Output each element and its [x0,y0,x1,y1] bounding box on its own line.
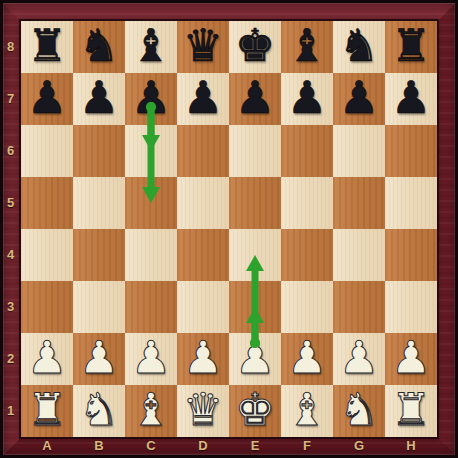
square-a8[interactable]: ♜ [21,21,73,73]
piece-black-bishop[interactable]: ♝ [131,23,171,68]
piece-black-pawn[interactable]: ♟ [287,75,327,120]
rank-label-6: 6 [0,125,21,177]
square-a4[interactable] [21,229,73,281]
square-h4[interactable] [385,229,437,281]
square-c2[interactable]: ♟ [125,333,177,385]
square-g5[interactable] [333,177,385,229]
square-d7[interactable]: ♟ [177,73,229,125]
piece-white-pawn[interactable]: ♟ [391,335,431,380]
square-f8[interactable]: ♝ [281,21,333,73]
piece-black-knight[interactable]: ♞ [339,23,379,68]
square-f5[interactable] [281,177,333,229]
piece-white-bishop[interactable]: ♝ [287,387,327,432]
file-label-c: C [125,436,177,455]
piece-black-queen[interactable]: ♛ [183,23,223,68]
square-f4[interactable] [281,229,333,281]
square-c1[interactable]: ♝ [125,385,177,437]
square-h1[interactable]: ♜ [385,385,437,437]
square-d1[interactable]: ♛ [177,385,229,437]
square-d2[interactable]: ♟ [177,333,229,385]
piece-white-pawn[interactable]: ♟ [79,335,119,380]
square-g6[interactable] [333,125,385,177]
square-h5[interactable] [385,177,437,229]
piece-black-pawn[interactable]: ♟ [339,75,379,120]
piece-black-pawn[interactable]: ♟ [391,75,431,120]
rank-label-3: 3 [0,281,21,333]
piece-black-rook[interactable]: ♜ [27,23,67,68]
square-h8[interactable]: ♜ [385,21,437,73]
piece-black-pawn[interactable]: ♟ [27,75,67,120]
rank-label-1: 1 [0,385,21,437]
square-a1[interactable]: ♜ [21,385,73,437]
piece-black-rook[interactable]: ♜ [391,23,431,68]
square-b1[interactable]: ♞ [73,385,125,437]
square-b6[interactable] [73,125,125,177]
piece-white-bishop[interactable]: ♝ [131,387,171,432]
square-c5[interactable] [125,177,177,229]
square-c7[interactable]: ♟ [125,73,177,125]
piece-white-knight[interactable]: ♞ [79,387,119,432]
square-a6[interactable] [21,125,73,177]
square-f7[interactable]: ♟ [281,73,333,125]
file-label-d: D [177,436,229,455]
square-g4[interactable] [333,229,385,281]
piece-white-pawn[interactable]: ♟ [235,335,275,380]
square-h3[interactable] [385,281,437,333]
piece-black-pawn[interactable]: ♟ [131,75,171,120]
rank-label-2: 2 [0,333,21,385]
square-e5[interactable] [229,177,281,229]
square-b2[interactable]: ♟ [73,333,125,385]
square-g3[interactable] [333,281,385,333]
piece-black-pawn[interactable]: ♟ [235,75,275,120]
file-label-g: G [333,436,385,455]
square-a2[interactable]: ♟ [21,333,73,385]
piece-black-king[interactable]: ♚ [235,23,275,68]
square-a7[interactable]: ♟ [21,73,73,125]
square-f1[interactable]: ♝ [281,385,333,437]
square-e4[interactable] [229,229,281,281]
square-c3[interactable] [125,281,177,333]
file-label-b: B [73,436,125,455]
board: ♜♞♝♛♚♝♞♜♟♟♟♟♟♟♟♟♟♟♟♟♟♟♟♟♜♞♝♛♚♝♞♜ [21,21,437,437]
rank-label-7: 7 [0,73,21,125]
square-f3[interactable] [281,281,333,333]
square-h7[interactable]: ♟ [385,73,437,125]
square-h6[interactable] [385,125,437,177]
square-e6[interactable] [229,125,281,177]
rank-label-5: 5 [0,177,21,229]
file-label-h: H [385,436,437,455]
piece-black-pawn[interactable]: ♟ [183,75,223,120]
square-d8[interactable]: ♛ [177,21,229,73]
piece-white-pawn[interactable]: ♟ [183,335,223,380]
square-g8[interactable]: ♞ [333,21,385,73]
square-b4[interactable] [73,229,125,281]
square-g2[interactable]: ♟ [333,333,385,385]
piece-white-queen[interactable]: ♛ [183,387,223,432]
file-label-a: A [21,436,73,455]
square-b8[interactable]: ♞ [73,21,125,73]
square-f6[interactable] [281,125,333,177]
square-e3[interactable] [229,281,281,333]
piece-white-pawn[interactable]: ♟ [339,335,379,380]
piece-white-knight[interactable]: ♞ [339,387,379,432]
rank-label-4: 4 [0,229,21,281]
square-b5[interactable] [73,177,125,229]
piece-black-bishop[interactable]: ♝ [287,23,327,68]
square-e8[interactable]: ♚ [229,21,281,73]
square-g1[interactable]: ♞ [333,385,385,437]
piece-white-pawn[interactable]: ♟ [287,335,327,380]
square-e2[interactable]: ♟ [229,333,281,385]
rank-label-8: 8 [0,21,21,73]
square-f2[interactable]: ♟ [281,333,333,385]
square-e1[interactable]: ♚ [229,385,281,437]
square-d6[interactable] [177,125,229,177]
square-d4[interactable] [177,229,229,281]
square-b3[interactable] [73,281,125,333]
square-c8[interactable]: ♝ [125,21,177,73]
square-c4[interactable] [125,229,177,281]
piece-white-pawn[interactable]: ♟ [27,335,67,380]
square-a3[interactable] [21,281,73,333]
square-d5[interactable] [177,177,229,229]
square-b7[interactable]: ♟ [73,73,125,125]
piece-white-rook[interactable]: ♜ [391,387,431,432]
square-g7[interactable]: ♟ [333,73,385,125]
square-c6[interactable] [125,125,177,177]
piece-white-king[interactable]: ♚ [235,387,275,432]
file-label-e: E [229,436,281,455]
piece-black-pawn[interactable]: ♟ [79,75,119,120]
file-label-f: F [281,436,333,455]
square-d3[interactable] [177,281,229,333]
square-a5[interactable] [21,177,73,229]
square-e7[interactable]: ♟ [229,73,281,125]
square-h2[interactable]: ♟ [385,333,437,385]
piece-black-knight[interactable]: ♞ [79,23,119,68]
chess-board-screenshot: ♜♞♝♛♚♝♞♜♟♟♟♟♟♟♟♟♟♟♟♟♟♟♟♟♜♞♝♛♚♝♞♜ 8765432… [0,0,458,458]
piece-white-pawn[interactable]: ♟ [131,335,171,380]
piece-white-rook[interactable]: ♜ [27,387,67,432]
